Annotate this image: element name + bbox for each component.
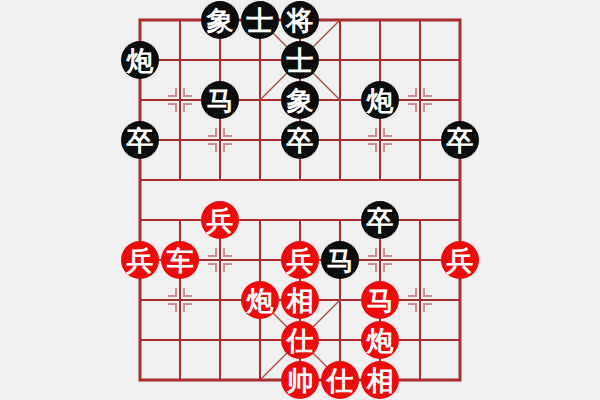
piece-black-pawn[interactable]: 卒 xyxy=(361,201,399,239)
piece-black-horse[interactable]: 马 xyxy=(321,241,359,279)
piece-red-pawn[interactable]: 兵 xyxy=(201,201,239,239)
piece-black-cannon[interactable]: 炮 xyxy=(121,41,159,79)
piece-red-advisor[interactable]: 仕 xyxy=(281,321,319,359)
piece-red-elephant[interactable]: 相 xyxy=(361,361,399,399)
piece-red-rook[interactable]: 车 xyxy=(161,241,199,279)
piece-black-pawn[interactable]: 卒 xyxy=(281,121,319,159)
piece-black-elephant[interactable]: 象 xyxy=(281,81,319,119)
piece-black-king[interactable]: 将 xyxy=(281,1,319,39)
piece-black-advisor[interactable]: 士 xyxy=(281,41,319,79)
xiangqi-app: 象士将炮士马象炮卒卒卒兵卒兵车兵马兵炮相马仕炮帅仕相 xyxy=(0,0,600,400)
piece-red-elephant[interactable]: 相 xyxy=(281,281,319,319)
piece-black-elephant[interactable]: 象 xyxy=(201,1,239,39)
piece-red-advisor[interactable]: 仕 xyxy=(321,361,359,399)
piece-red-cannon[interactable]: 炮 xyxy=(361,321,399,359)
piece-black-horse[interactable]: 马 xyxy=(201,81,239,119)
piece-red-pawn[interactable]: 兵 xyxy=(441,241,479,279)
piece-red-pawn[interactable]: 兵 xyxy=(121,241,159,279)
piece-black-pawn[interactable]: 卒 xyxy=(121,121,159,159)
piece-black-cannon[interactable]: 炮 xyxy=(361,81,399,119)
piece-red-king[interactable]: 帅 xyxy=(281,361,319,399)
piece-black-pawn[interactable]: 卒 xyxy=(441,121,479,159)
piece-red-cannon[interactable]: 炮 xyxy=(241,281,279,319)
piece-red-pawn[interactable]: 兵 xyxy=(281,241,319,279)
piece-black-advisor[interactable]: 士 xyxy=(241,1,279,39)
piece-red-horse[interactable]: 马 xyxy=(361,281,399,319)
